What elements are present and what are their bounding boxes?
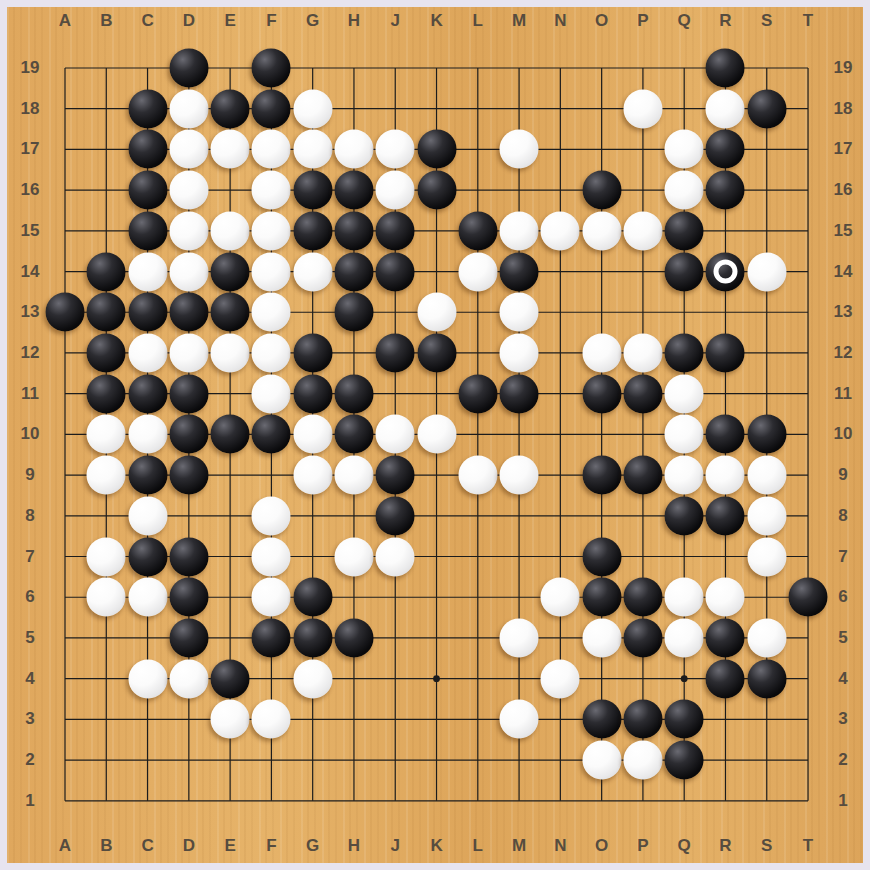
stone-black-M14[interactable] xyxy=(500,252,539,291)
stone-black-B13[interactable] xyxy=(87,293,126,332)
stone-white-N6[interactable] xyxy=(541,578,580,617)
row-label-right-1: 1 xyxy=(838,791,847,811)
stone-black-Q3[interactable] xyxy=(665,700,704,739)
stone-white-J7[interactable] xyxy=(376,537,415,576)
stone-black-Q15[interactable] xyxy=(665,211,704,250)
stone-black-C7[interactable] xyxy=(128,537,167,576)
stone-white-D15[interactable] xyxy=(169,211,208,250)
stone-white-K10[interactable] xyxy=(417,415,456,454)
stone-white-Q17[interactable] xyxy=(665,130,704,169)
stone-white-B6[interactable] xyxy=(87,578,126,617)
col-label-top-D: D xyxy=(183,11,195,31)
stone-black-L11[interactable] xyxy=(458,374,497,413)
stone-white-F7[interactable] xyxy=(252,537,291,576)
stone-white-D12[interactable] xyxy=(169,333,208,372)
stone-black-E18[interactable] xyxy=(211,89,250,128)
row-label-right-12: 12 xyxy=(834,343,853,363)
stone-black-K16[interactable] xyxy=(417,171,456,210)
stone-white-C12[interactable] xyxy=(128,333,167,372)
stone-black-A13[interactable] xyxy=(46,293,85,332)
col-label-bottom-M: M xyxy=(512,836,526,856)
stone-white-J10[interactable] xyxy=(376,415,415,454)
col-label-top-C: C xyxy=(141,11,153,31)
row-label-right-8: 8 xyxy=(838,506,847,526)
stone-white-M15[interactable] xyxy=(500,211,539,250)
stone-white-G18[interactable] xyxy=(293,89,332,128)
stone-black-H16[interactable] xyxy=(334,171,373,210)
stone-black-H11[interactable] xyxy=(334,374,373,413)
stone-black-H15[interactable] xyxy=(334,211,373,250)
stone-white-F12[interactable] xyxy=(252,333,291,372)
stone-white-D17[interactable] xyxy=(169,130,208,169)
stone-black-Q12[interactable] xyxy=(665,333,704,372)
stone-white-P15[interactable] xyxy=(623,211,662,250)
stone-white-F15[interactable] xyxy=(252,211,291,250)
col-label-bottom-D: D xyxy=(183,836,195,856)
stone-black-G16[interactable] xyxy=(293,171,332,210)
stone-white-J17[interactable] xyxy=(376,130,415,169)
stone-white-Q6[interactable] xyxy=(665,578,704,617)
col-label-top-E: E xyxy=(224,11,235,31)
stone-white-E15[interactable] xyxy=(211,211,250,250)
stone-white-F17[interactable] xyxy=(252,130,291,169)
stone-white-G10[interactable] xyxy=(293,415,332,454)
stone-black-E14[interactable] xyxy=(211,252,250,291)
stone-black-R5[interactable] xyxy=(706,618,745,657)
stone-white-N15[interactable] xyxy=(541,211,580,250)
stone-white-E17[interactable] xyxy=(211,130,250,169)
stone-black-B11[interactable] xyxy=(87,374,126,413)
stone-white-F11[interactable] xyxy=(252,374,291,413)
row-label-right-14: 14 xyxy=(834,262,853,282)
stone-black-F19[interactable] xyxy=(252,49,291,88)
row-label-right-13: 13 xyxy=(834,302,853,322)
row-label-right-15: 15 xyxy=(834,221,853,241)
stone-black-O11[interactable] xyxy=(582,374,621,413)
stone-black-P5[interactable] xyxy=(623,618,662,657)
col-label-bottom-E: E xyxy=(224,836,235,856)
row-label-left-2: 2 xyxy=(25,750,34,770)
row-label-right-2: 2 xyxy=(838,750,847,770)
stone-black-D10[interactable] xyxy=(169,415,208,454)
stone-white-D4[interactable] xyxy=(169,659,208,698)
col-label-bottom-P: P xyxy=(637,836,648,856)
stone-black-D7[interactable] xyxy=(169,537,208,576)
stone-black-C15[interactable] xyxy=(128,211,167,250)
stone-black-G11[interactable] xyxy=(293,374,332,413)
row-label-right-10: 10 xyxy=(834,424,853,444)
row-label-right-16: 16 xyxy=(834,180,853,200)
stone-white-B9[interactable] xyxy=(87,456,126,495)
row-label-left-15: 15 xyxy=(21,221,40,241)
stone-black-K12[interactable] xyxy=(417,333,456,372)
stone-black-Q14[interactable] xyxy=(665,252,704,291)
col-label-top-Q: Q xyxy=(678,11,691,31)
stone-black-R8[interactable] xyxy=(706,496,745,535)
stone-white-M13[interactable] xyxy=(500,293,539,332)
stone-white-F6[interactable] xyxy=(252,578,291,617)
col-label-bottom-Q: Q xyxy=(678,836,691,856)
stone-black-C9[interactable] xyxy=(128,456,167,495)
stone-white-O2[interactable] xyxy=(582,741,621,780)
stone-black-J15[interactable] xyxy=(376,211,415,250)
stone-white-G9[interactable] xyxy=(293,456,332,495)
stone-black-R12[interactable] xyxy=(706,333,745,372)
row-label-right-6: 6 xyxy=(838,587,847,607)
stone-black-D19[interactable] xyxy=(169,49,208,88)
stone-white-M3[interactable] xyxy=(500,700,539,739)
last-move-marker xyxy=(713,260,737,284)
stone-white-Q9[interactable] xyxy=(665,456,704,495)
stone-black-S18[interactable] xyxy=(747,89,786,128)
stone-black-F18[interactable] xyxy=(252,89,291,128)
stone-black-P6[interactable] xyxy=(623,578,662,617)
row-label-right-4: 4 xyxy=(838,669,847,689)
col-label-top-B: B xyxy=(100,11,112,31)
stone-black-J9[interactable] xyxy=(376,456,415,495)
col-label-bottom-A: A xyxy=(59,836,71,856)
stone-black-Q8[interactable] xyxy=(665,496,704,535)
stone-black-E13[interactable] xyxy=(211,293,250,332)
row-label-right-11: 11 xyxy=(834,384,852,404)
row-label-left-10: 10 xyxy=(21,424,40,444)
col-label-top-K: K xyxy=(430,11,442,31)
stone-white-P12[interactable] xyxy=(623,333,662,372)
stone-black-F5[interactable] xyxy=(252,618,291,657)
stone-black-R16[interactable] xyxy=(706,171,745,210)
stone-black-H13[interactable] xyxy=(334,293,373,332)
stone-white-O5[interactable] xyxy=(582,618,621,657)
stone-black-G15[interactable] xyxy=(293,211,332,250)
stone-white-G14[interactable] xyxy=(293,252,332,291)
stone-white-H17[interactable] xyxy=(334,130,373,169)
stone-white-F8[interactable] xyxy=(252,496,291,535)
stone-black-S4[interactable] xyxy=(747,659,786,698)
stone-black-O16[interactable] xyxy=(582,171,621,210)
row-label-left-6: 6 xyxy=(25,587,34,607)
stone-white-R6[interactable] xyxy=(706,578,745,617)
stone-black-O7[interactable] xyxy=(582,537,621,576)
stone-white-M17[interactable] xyxy=(500,130,539,169)
stone-white-K13[interactable] xyxy=(417,293,456,332)
stone-black-J8[interactable] xyxy=(376,496,415,535)
col-label-top-S: S xyxy=(761,11,772,31)
stone-black-S10[interactable] xyxy=(747,415,786,454)
stone-white-F16[interactable] xyxy=(252,171,291,210)
stone-white-G4[interactable] xyxy=(293,659,332,698)
stone-white-M5[interactable] xyxy=(500,618,539,657)
stone-black-E10[interactable] xyxy=(211,415,250,454)
stone-black-D6[interactable] xyxy=(169,578,208,617)
stone-white-F13[interactable] xyxy=(252,293,291,332)
stone-white-C10[interactable] xyxy=(128,415,167,454)
stone-white-R18[interactable] xyxy=(706,89,745,128)
row-label-right-5: 5 xyxy=(838,628,847,648)
row-label-left-4: 4 xyxy=(25,669,34,689)
col-label-top-T: T xyxy=(803,11,813,31)
col-label-bottom-C: C xyxy=(141,836,153,856)
stone-white-D18[interactable] xyxy=(169,89,208,128)
stone-black-B14[interactable] xyxy=(87,252,126,291)
stone-white-E3[interactable] xyxy=(211,700,250,739)
stone-white-C6[interactable] xyxy=(128,578,167,617)
stone-black-G5[interactable] xyxy=(293,618,332,657)
col-label-bottom-N: N xyxy=(554,836,566,856)
stone-black-E4[interactable] xyxy=(211,659,250,698)
stone-black-G6[interactable] xyxy=(293,578,332,617)
stone-white-B7[interactable] xyxy=(87,537,126,576)
stone-black-Q2[interactable] xyxy=(665,741,704,780)
stone-white-B10[interactable] xyxy=(87,415,126,454)
row-label-left-13: 13 xyxy=(21,302,40,322)
row-label-left-12: 12 xyxy=(21,343,40,363)
stone-white-O15[interactable] xyxy=(582,211,621,250)
stone-black-C16[interactable] xyxy=(128,171,167,210)
stone-white-S9[interactable] xyxy=(747,456,786,495)
stone-black-P9[interactable] xyxy=(623,456,662,495)
col-label-top-A: A xyxy=(59,11,71,31)
stone-white-H9[interactable] xyxy=(334,456,373,495)
stone-black-P11[interactable] xyxy=(623,374,662,413)
stone-white-H7[interactable] xyxy=(334,537,373,576)
stone-black-D9[interactable] xyxy=(169,456,208,495)
stone-white-J16[interactable] xyxy=(376,171,415,210)
stone-black-D11[interactable] xyxy=(169,374,208,413)
row-label-right-9: 9 xyxy=(838,465,847,485)
row-label-left-14: 14 xyxy=(21,262,40,282)
col-label-top-N: N xyxy=(554,11,566,31)
stone-white-S14[interactable] xyxy=(747,252,786,291)
stone-white-D14[interactable] xyxy=(169,252,208,291)
stone-white-R9[interactable] xyxy=(706,456,745,495)
row-label-left-18: 18 xyxy=(21,99,40,119)
col-label-bottom-F: F xyxy=(266,836,276,856)
col-label-bottom-L: L xyxy=(473,836,483,856)
col-label-bottom-J: J xyxy=(391,836,400,856)
stone-white-M9[interactable] xyxy=(500,456,539,495)
stone-black-H5[interactable] xyxy=(334,618,373,657)
stone-white-Q11[interactable] xyxy=(665,374,704,413)
stone-black-C17[interactable] xyxy=(128,130,167,169)
stone-white-Q16[interactable] xyxy=(665,171,704,210)
stone-black-H10[interactable] xyxy=(334,415,373,454)
col-label-top-G: G xyxy=(306,11,319,31)
stone-black-C18[interactable] xyxy=(128,89,167,128)
row-label-right-19: 19 xyxy=(834,58,853,78)
stone-black-G12[interactable] xyxy=(293,333,332,372)
col-label-bottom-R: R xyxy=(719,836,731,856)
stone-white-D16[interactable] xyxy=(169,171,208,210)
stone-black-C11[interactable] xyxy=(128,374,167,413)
col-label-bottom-B: B xyxy=(100,836,112,856)
stone-white-F14[interactable] xyxy=(252,252,291,291)
row-label-right-7: 7 xyxy=(838,547,847,567)
stone-black-R10[interactable] xyxy=(706,415,745,454)
stone-black-R14[interactable] xyxy=(706,252,745,291)
stone-black-T6[interactable] xyxy=(789,578,828,617)
col-label-bottom-H: H xyxy=(348,836,360,856)
stone-black-R19[interactable] xyxy=(706,49,745,88)
col-label-bottom-O: O xyxy=(595,836,608,856)
stone-white-Q10[interactable] xyxy=(665,415,704,454)
col-label-top-O: O xyxy=(595,11,608,31)
stone-white-G17[interactable] xyxy=(293,130,332,169)
col-label-bottom-K: K xyxy=(430,836,442,856)
row-label-left-11: 11 xyxy=(21,384,39,404)
row-label-left-9: 9 xyxy=(25,465,34,485)
stone-black-D13[interactable] xyxy=(169,293,208,332)
stone-black-H14[interactable] xyxy=(334,252,373,291)
stone-black-L15[interactable] xyxy=(458,211,497,250)
row-label-right-3: 3 xyxy=(838,709,847,729)
stone-black-M11[interactable] xyxy=(500,374,539,413)
col-label-top-M: M xyxy=(512,11,526,31)
col-label-bottom-S: S xyxy=(761,836,772,856)
stone-white-S5[interactable] xyxy=(747,618,786,657)
col-label-top-L: L xyxy=(473,11,483,31)
row-label-left-7: 7 xyxy=(25,547,34,567)
stone-white-C8[interactable] xyxy=(128,496,167,535)
stone-white-M12[interactable] xyxy=(500,333,539,372)
col-label-bottom-T: T xyxy=(803,836,813,856)
stone-white-O12[interactable] xyxy=(582,333,621,372)
stone-black-R4[interactable] xyxy=(706,659,745,698)
row-label-left-16: 16 xyxy=(21,180,40,200)
stone-black-B12[interactable] xyxy=(87,333,126,372)
stone-white-C4[interactable] xyxy=(128,659,167,698)
stone-white-F3[interactable] xyxy=(252,700,291,739)
stone-black-J14[interactable] xyxy=(376,252,415,291)
stone-white-L9[interactable] xyxy=(458,456,497,495)
stone-black-J12[interactable] xyxy=(376,333,415,372)
row-label-left-1: 1 xyxy=(25,791,34,811)
row-label-left-8: 8 xyxy=(25,506,34,526)
row-label-left-17: 17 xyxy=(21,139,40,159)
stone-black-R17[interactable] xyxy=(706,130,745,169)
go-board-screenshot: AABBCCDDEEFFGGHHJJKKLLMMNNOOPPQQRRSSTT19… xyxy=(0,0,870,870)
stone-black-P3[interactable] xyxy=(623,700,662,739)
col-label-top-F: F xyxy=(266,11,276,31)
stone-black-F10[interactable] xyxy=(252,415,291,454)
stone-white-P18[interactable] xyxy=(623,89,662,128)
stone-black-O9[interactable] xyxy=(582,456,621,495)
col-label-top-P: P xyxy=(637,11,648,31)
col-label-top-H: H xyxy=(348,11,360,31)
stone-black-O3[interactable] xyxy=(582,700,621,739)
col-label-bottom-G: G xyxy=(306,836,319,856)
stone-black-C13[interactable] xyxy=(128,293,167,332)
stone-white-S7[interactable] xyxy=(747,537,786,576)
stone-black-O6[interactable] xyxy=(582,578,621,617)
stone-white-Q5[interactable] xyxy=(665,618,704,657)
stone-white-L14[interactable] xyxy=(458,252,497,291)
stone-black-K17[interactable] xyxy=(417,130,456,169)
stone-white-C14[interactable] xyxy=(128,252,167,291)
stone-white-S8[interactable] xyxy=(747,496,786,535)
row-label-right-17: 17 xyxy=(834,139,853,159)
stone-white-N4[interactable] xyxy=(541,659,580,698)
row-label-right-18: 18 xyxy=(834,99,853,119)
col-label-top-J: J xyxy=(391,11,400,31)
row-label-left-3: 3 xyxy=(25,709,34,729)
col-label-top-R: R xyxy=(719,11,731,31)
stone-white-E12[interactable] xyxy=(211,333,250,372)
stone-black-D5[interactable] xyxy=(169,618,208,657)
row-label-left-19: 19 xyxy=(21,58,40,78)
row-label-left-5: 5 xyxy=(25,628,34,648)
stone-white-P2[interactable] xyxy=(623,741,662,780)
